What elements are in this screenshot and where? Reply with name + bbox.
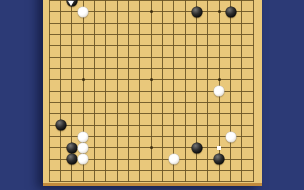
go-board [43, 0, 262, 186]
triangle-marker-C17 [68, 1, 74, 6]
square-marker-Q4 [217, 146, 221, 150]
go-board-screenshot [0, 0, 304, 190]
board-bottom-edge [43, 183, 262, 186]
markers-layer [43, 0, 262, 186]
